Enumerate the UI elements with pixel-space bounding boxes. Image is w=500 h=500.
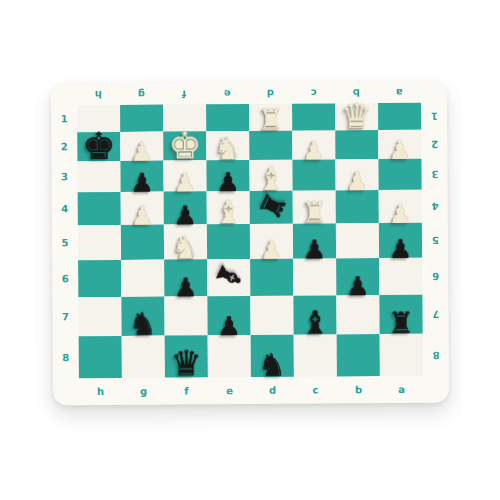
square-f2: ♚	[163, 131, 206, 160]
coord-file-bottom-g: g	[122, 378, 165, 405]
square-e7: ♟	[207, 296, 250, 335]
square-e3: ♟	[206, 160, 249, 191]
square-h8	[79, 336, 122, 378]
square-b2	[335, 130, 378, 159]
square-f3: ♟	[163, 160, 206, 191]
square-h6	[78, 260, 121, 297]
square-h2: ♚	[77, 132, 120, 161]
square-b4	[336, 190, 379, 223]
coord-file-top-g: g	[120, 83, 163, 105]
square-a8	[380, 334, 423, 376]
piece-black-king: ♚	[82, 128, 115, 165]
square-c1	[292, 103, 335, 130]
coord-file-bottom-f: f	[165, 377, 208, 404]
square-d5: ♟	[250, 224, 293, 259]
square-g6	[121, 260, 164, 297]
mat-corner	[51, 83, 77, 105]
square-b5	[336, 223, 379, 258]
square-f7	[164, 296, 207, 335]
square-g5	[121, 225, 164, 260]
coord-rank-left-6: 6	[52, 260, 78, 297]
square-d2	[249, 131, 292, 160]
coord-file-bottom-h: h	[79, 378, 122, 405]
coord-rank-left-5: 5	[52, 225, 78, 260]
square-c5: ♟	[293, 223, 336, 258]
square-c8	[294, 334, 337, 376]
coord-file-top-a: a	[378, 81, 421, 103]
coord-file-top-d: d	[249, 82, 292, 104]
square-d6	[250, 259, 293, 296]
mat-corner	[53, 378, 79, 405]
piece-black-queen: ♛	[171, 346, 203, 381]
coord-rank-left-7: 7	[52, 297, 78, 336]
square-b7	[336, 295, 379, 334]
square-d4: ♜	[250, 191, 293, 224]
coord-file-bottom-e: e	[208, 377, 251, 404]
coord-rank-right-8: 8	[423, 334, 449, 376]
square-c6	[293, 258, 336, 295]
square-f8: ♛	[165, 335, 208, 377]
coord-file-bottom-c: c	[294, 376, 337, 403]
square-f4: ♟	[164, 191, 207, 224]
coord-file-top-b: b	[335, 81, 378, 103]
coord-file-top-h: h	[77, 83, 120, 105]
square-b8	[337, 334, 380, 376]
square-e8	[208, 335, 251, 377]
square-g7: ♞	[121, 297, 164, 336]
coord-file-top-f: f	[163, 82, 206, 104]
chess-mat: hgfedcba1♜♛12♚♟♚♞♟♟23♟♟♟♝♟34♟♟♝♜♜♟45♞♟♟♟…	[51, 81, 449, 406]
piece-black-rook-fallen: ♜	[253, 187, 290, 223]
square-h7	[78, 297, 121, 336]
square-b1: ♛	[335, 103, 378, 130]
square-a7: ♜	[379, 295, 422, 334]
coord-rank-right-6: 6	[422, 258, 448, 295]
coord-rank-left-3: 3	[51, 161, 77, 192]
piece-black-knight: ♞	[258, 350, 286, 381]
square-a1	[378, 103, 421, 130]
square-d3: ♝	[249, 160, 292, 191]
square-f6: ♟	[164, 259, 207, 296]
coord-file-top-e: e	[206, 82, 249, 104]
product-photo: hgfedcba1♜♛12♚♟♚♞♟♟23♟♟♟♝♟34♟♟♝♜♜♟45♞♟♟♟…	[0, 0, 500, 500]
square-c7: ♝	[293, 295, 336, 334]
square-e2: ♞	[206, 131, 249, 160]
square-g8	[122, 336, 165, 378]
coord-rank-right-5: 5	[422, 223, 448, 258]
square-c4: ♜	[293, 190, 336, 223]
square-d1: ♜	[249, 104, 292, 131]
square-a6	[379, 258, 422, 295]
square-b3: ♟	[335, 159, 378, 190]
coord-rank-right-1: 1	[421, 103, 447, 130]
square-a4: ♟	[379, 190, 422, 223]
coord-rank-right-2: 2	[421, 130, 447, 159]
square-h3	[77, 161, 120, 192]
coord-rank-right-7: 7	[422, 295, 448, 334]
square-g4: ♟	[121, 192, 164, 225]
square-a3	[378, 159, 421, 190]
coord-file-bottom-d: d	[251, 377, 294, 404]
square-e6: ♝	[207, 259, 250, 296]
square-h4	[78, 192, 121, 225]
square-g1	[120, 105, 163, 132]
piece-white-king: ♚	[168, 127, 201, 164]
square-f5: ♞	[164, 224, 207, 259]
coord-file-top-c: c	[292, 81, 335, 103]
coord-rank-right-4: 4	[422, 190, 448, 223]
square-h5	[78, 225, 121, 260]
chess-board: hgfedcba1♜♛12♚♟♚♞♟♟23♟♟♟♝♟34♟♟♝♜♜♟45♞♟♟♟…	[51, 81, 449, 406]
coord-rank-left-1: 1	[51, 105, 77, 132]
square-a5: ♟	[379, 223, 422, 258]
square-g2: ♟	[120, 132, 163, 161]
square-c3	[292, 159, 335, 190]
square-h1	[77, 105, 120, 132]
square-g3: ♟	[120, 161, 163, 192]
piece-black-bishop-fallen: ♝	[208, 256, 249, 296]
coord-file-bottom-a: a	[380, 376, 423, 403]
coord-rank-left-4: 4	[52, 192, 78, 225]
square-b6: ♟	[336, 258, 379, 295]
square-d8: ♞	[251, 335, 294, 377]
coord-rank-right-3: 3	[421, 159, 447, 190]
square-e5	[207, 224, 250, 259]
square-a2: ♟	[378, 130, 421, 159]
coord-rank-left-8: 8	[53, 336, 79, 378]
square-c2: ♟	[292, 130, 335, 159]
mat-corner	[421, 81, 447, 103]
mat-corner	[423, 376, 449, 403]
square-e4: ♝	[207, 191, 250, 224]
square-f1	[163, 104, 206, 131]
square-e1	[206, 104, 249, 131]
coord-file-bottom-b: b	[337, 376, 380, 403]
coord-rank-left-2: 2	[51, 132, 77, 161]
piece-white-queen: ♛	[341, 99, 373, 134]
square-d7	[250, 296, 293, 335]
